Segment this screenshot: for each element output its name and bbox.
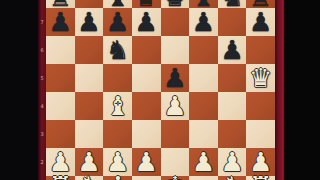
square-b5[interactable] (75, 64, 104, 92)
square-a6[interactable] (46, 36, 75, 64)
black-pawn[interactable]: ♟ (220, 37, 243, 63)
square-d1[interactable] (132, 176, 161, 180)
square-g3[interactable] (218, 120, 247, 148)
square-d2[interactable]: ♟ (132, 148, 161, 176)
rank-label-2: 2 (38, 159, 46, 165)
white-pawn[interactable]: ♟ (192, 149, 215, 175)
square-h1[interactable]: ♜ (246, 176, 275, 180)
square-a5[interactable] (46, 64, 75, 92)
black-pawn[interactable]: ♟ (249, 9, 272, 35)
square-b3[interactable] (75, 120, 104, 148)
square-h3[interactable] (246, 120, 275, 148)
black-knight[interactable]: ♞ (106, 37, 129, 63)
square-e4[interactable]: ♟ (161, 92, 190, 120)
square-e5[interactable]: ♟ (161, 64, 190, 92)
square-c7[interactable]: ♟ (103, 8, 132, 36)
square-c1[interactable]: ♝ (103, 176, 132, 180)
square-g1[interactable]: ♞ (218, 176, 247, 180)
square-h6[interactable] (246, 36, 275, 64)
square-a4[interactable] (46, 92, 75, 120)
rank-label-7: 7 (38, 19, 46, 25)
white-rook[interactable]: ♜ (249, 173, 272, 180)
square-f5[interactable] (189, 64, 218, 92)
rank-label-4: 4 (38, 103, 46, 109)
white-pawn[interactable]: ♟ (163, 93, 186, 119)
square-c6[interactable]: ♞ (103, 36, 132, 64)
rank-label-3: 3 (38, 131, 46, 137)
rank-label-6: 6 (38, 47, 46, 53)
black-pawn[interactable]: ♟ (163, 65, 186, 91)
white-queen[interactable]: ♛ (249, 65, 272, 91)
square-e7[interactable] (161, 8, 190, 36)
square-h7[interactable]: ♟ (246, 8, 275, 36)
square-c4[interactable]: ♝ (103, 92, 132, 120)
square-a3[interactable] (46, 120, 75, 148)
square-e8[interactable]: ♚ (161, 0, 190, 8)
square-f1[interactable] (189, 176, 218, 180)
square-d7[interactable]: ♟ (132, 8, 161, 36)
square-e1[interactable]: ♚ (161, 176, 190, 180)
rank-label-5: 5 (38, 75, 46, 81)
board-border-right (275, 0, 285, 180)
square-d3[interactable] (132, 120, 161, 148)
white-rook[interactable]: ♜ (49, 173, 72, 180)
square-d4[interactable] (132, 92, 161, 120)
white-king[interactable]: ♚ (163, 173, 186, 180)
square-e3[interactable] (161, 120, 190, 148)
black-pawn[interactable]: ♟ (192, 9, 215, 35)
white-knight[interactable]: ♞ (77, 173, 100, 180)
square-b4[interactable] (75, 92, 104, 120)
board-border-left (38, 0, 46, 180)
square-b1[interactable]: ♞ (75, 176, 104, 180)
square-f4[interactable] (189, 92, 218, 120)
square-e6[interactable] (161, 36, 190, 64)
black-pawn[interactable]: ♟ (77, 9, 100, 35)
square-g8[interactable]: ♞ (218, 0, 247, 8)
square-f3[interactable] (189, 120, 218, 148)
chess-app-frame: ♜♝♛♚♝♞♜♟♟♟♟♟♟♞♟♟♛♝♟♟♟♟♟♟♟♟♜♞♝♚♞♜ 8765432… (0, 0, 320, 180)
left-black-margin (0, 0, 38, 180)
black-pawn[interactable]: ♟ (135, 9, 158, 35)
square-g6[interactable]: ♟ (218, 36, 247, 64)
square-g7[interactable] (218, 8, 247, 36)
square-a1[interactable]: ♜ (46, 176, 75, 180)
square-h4[interactable] (246, 92, 275, 120)
white-bishop[interactable]: ♝ (106, 93, 129, 119)
square-b6[interactable] (75, 36, 104, 64)
square-d6[interactable] (132, 36, 161, 64)
square-f6[interactable] (189, 36, 218, 64)
square-f2[interactable]: ♟ (189, 148, 218, 176)
square-b7[interactable]: ♟ (75, 8, 104, 36)
white-knight[interactable]: ♞ (220, 173, 243, 180)
square-c5[interactable] (103, 64, 132, 92)
white-bishop[interactable]: ♝ (106, 173, 129, 180)
square-c3[interactable] (103, 120, 132, 148)
right-black-margin (285, 0, 320, 180)
chess-board: ♜♝♛♚♝♞♜♟♟♟♟♟♟♞♟♟♛♝♟♟♟♟♟♟♟♟♜♞♝♚♞♜ (46, 0, 275, 180)
square-h5[interactable]: ♛ (246, 64, 275, 92)
black-pawn[interactable]: ♟ (49, 9, 72, 35)
square-g5[interactable] (218, 64, 247, 92)
square-a7[interactable]: ♟ (46, 8, 75, 36)
square-g4[interactable] (218, 92, 247, 120)
white-pawn[interactable]: ♟ (135, 149, 158, 175)
black-pawn[interactable]: ♟ (106, 9, 129, 35)
square-f7[interactable]: ♟ (189, 8, 218, 36)
square-d5[interactable] (132, 64, 161, 92)
